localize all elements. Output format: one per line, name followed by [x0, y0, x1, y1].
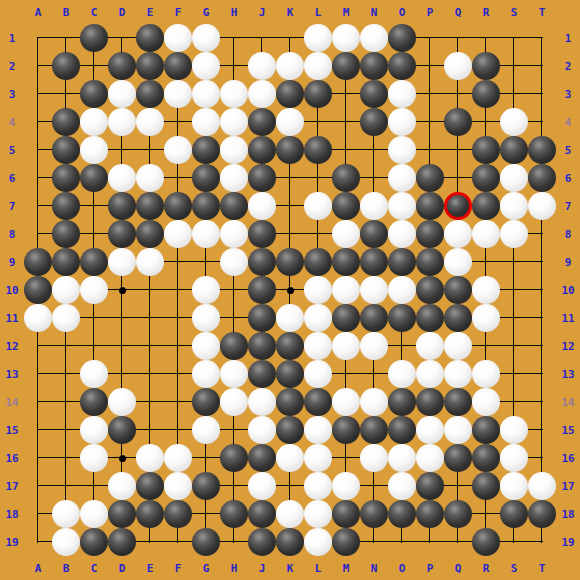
intersection-N18[interactable] [360, 500, 388, 528]
intersection-T11[interactable] [528, 304, 556, 332]
intersection-H16[interactable] [220, 444, 248, 472]
intersection-T18[interactable] [528, 500, 556, 528]
intersection-E8[interactable] [136, 220, 164, 248]
intersection-R5[interactable] [472, 136, 500, 164]
intersection-Q1[interactable] [444, 24, 472, 52]
intersection-N12[interactable] [360, 332, 388, 360]
intersection-D14[interactable] [108, 388, 136, 416]
intersection-F3[interactable] [164, 80, 192, 108]
intersection-T2[interactable] [528, 52, 556, 80]
intersection-G6[interactable] [192, 164, 220, 192]
intersection-M16[interactable] [332, 444, 360, 472]
intersection-K19[interactable] [276, 528, 304, 556]
intersection-D7[interactable] [108, 192, 136, 220]
intersection-F14[interactable] [164, 388, 192, 416]
intersection-N6[interactable] [360, 164, 388, 192]
intersection-E5[interactable] [136, 136, 164, 164]
intersection-G9[interactable] [192, 248, 220, 276]
intersection-C16[interactable] [80, 444, 108, 472]
intersection-R2[interactable] [472, 52, 500, 80]
intersection-E4[interactable] [136, 108, 164, 136]
intersection-M8[interactable] [332, 220, 360, 248]
intersection-F6[interactable] [164, 164, 192, 192]
intersection-Q11[interactable] [444, 304, 472, 332]
intersection-R12[interactable] [472, 332, 500, 360]
intersection-L13[interactable] [304, 360, 332, 388]
intersection-G5[interactable] [192, 136, 220, 164]
intersection-N4[interactable] [360, 108, 388, 136]
intersection-H11[interactable] [220, 304, 248, 332]
intersection-M17[interactable] [332, 472, 360, 500]
intersection-T14[interactable] [528, 388, 556, 416]
intersection-T13[interactable] [528, 360, 556, 388]
intersection-S16[interactable] [500, 444, 528, 472]
intersection-O1[interactable] [388, 24, 416, 52]
intersection-P13[interactable] [416, 360, 444, 388]
intersection-Q18[interactable] [444, 500, 472, 528]
intersection-D12[interactable] [108, 332, 136, 360]
intersection-E15[interactable] [136, 416, 164, 444]
intersection-B13[interactable] [52, 360, 80, 388]
intersection-A1[interactable] [24, 24, 52, 52]
intersection-C9[interactable] [80, 248, 108, 276]
intersection-C3[interactable] [80, 80, 108, 108]
intersection-T9[interactable] [528, 248, 556, 276]
intersection-L19[interactable] [304, 528, 332, 556]
intersection-P6[interactable] [416, 164, 444, 192]
intersection-P5[interactable] [416, 136, 444, 164]
intersection-B12[interactable] [52, 332, 80, 360]
intersection-K4[interactable] [276, 108, 304, 136]
intersection-C7[interactable] [80, 192, 108, 220]
intersection-B7[interactable] [52, 192, 80, 220]
intersection-T17[interactable] [528, 472, 556, 500]
intersection-G17[interactable] [192, 472, 220, 500]
intersection-K7[interactable] [276, 192, 304, 220]
intersection-Q6[interactable] [444, 164, 472, 192]
intersection-C18[interactable] [80, 500, 108, 528]
intersection-L12[interactable] [304, 332, 332, 360]
intersection-A18[interactable] [24, 500, 52, 528]
intersection-O11[interactable] [388, 304, 416, 332]
intersection-E2[interactable] [136, 52, 164, 80]
intersection-D1[interactable] [108, 24, 136, 52]
intersection-S5[interactable] [500, 136, 528, 164]
intersection-T4[interactable] [528, 108, 556, 136]
intersection-K11[interactable] [276, 304, 304, 332]
intersection-S3[interactable] [500, 80, 528, 108]
intersection-Q19[interactable] [444, 528, 472, 556]
intersection-C13[interactable] [80, 360, 108, 388]
intersection-Q14[interactable] [444, 388, 472, 416]
intersection-O15[interactable] [388, 416, 416, 444]
intersection-R19[interactable] [472, 528, 500, 556]
intersection-R18[interactable] [472, 500, 500, 528]
intersection-A3[interactable] [24, 80, 52, 108]
intersection-Q3[interactable] [444, 80, 472, 108]
intersection-M5[interactable] [332, 136, 360, 164]
intersection-P2[interactable] [416, 52, 444, 80]
intersection-O13[interactable] [388, 360, 416, 388]
intersection-G3[interactable] [192, 80, 220, 108]
intersection-K17[interactable] [276, 472, 304, 500]
intersection-K2[interactable] [276, 52, 304, 80]
intersection-D11[interactable] [108, 304, 136, 332]
intersection-M6[interactable] [332, 164, 360, 192]
intersection-G1[interactable] [192, 24, 220, 52]
intersection-C8[interactable] [80, 220, 108, 248]
intersection-E1[interactable] [136, 24, 164, 52]
intersection-F17[interactable] [164, 472, 192, 500]
intersection-O3[interactable] [388, 80, 416, 108]
intersection-M9[interactable] [332, 248, 360, 276]
intersection-A15[interactable] [24, 416, 52, 444]
intersection-S14[interactable] [500, 388, 528, 416]
intersection-M7[interactable] [332, 192, 360, 220]
intersection-H10[interactable] [220, 276, 248, 304]
intersection-H12[interactable] [220, 332, 248, 360]
intersection-S17[interactable] [500, 472, 528, 500]
intersection-M4[interactable] [332, 108, 360, 136]
intersection-J2[interactable] [248, 52, 276, 80]
intersection-G14[interactable] [192, 388, 220, 416]
intersection-F4[interactable] [164, 108, 192, 136]
intersection-A12[interactable] [24, 332, 52, 360]
intersection-N8[interactable] [360, 220, 388, 248]
intersection-B4[interactable] [52, 108, 80, 136]
intersection-T10[interactable] [528, 276, 556, 304]
intersection-G8[interactable] [192, 220, 220, 248]
intersection-B14[interactable] [52, 388, 80, 416]
intersection-L7[interactable] [304, 192, 332, 220]
intersection-G12[interactable] [192, 332, 220, 360]
intersection-M13[interactable] [332, 360, 360, 388]
intersection-K13[interactable] [276, 360, 304, 388]
intersection-D5[interactable] [108, 136, 136, 164]
intersection-F13[interactable] [164, 360, 192, 388]
intersection-M10[interactable] [332, 276, 360, 304]
intersection-R4[interactable] [472, 108, 500, 136]
intersection-S18[interactable] [500, 500, 528, 528]
intersection-C2[interactable] [80, 52, 108, 80]
intersection-D2[interactable] [108, 52, 136, 80]
intersection-N10[interactable] [360, 276, 388, 304]
intersection-N15[interactable] [360, 416, 388, 444]
intersection-S12[interactable] [500, 332, 528, 360]
intersection-B15[interactable] [52, 416, 80, 444]
intersection-O4[interactable] [388, 108, 416, 136]
intersection-F19[interactable] [164, 528, 192, 556]
intersection-O16[interactable] [388, 444, 416, 472]
intersection-L17[interactable] [304, 472, 332, 500]
intersection-N2[interactable] [360, 52, 388, 80]
intersection-C14[interactable] [80, 388, 108, 416]
intersection-H17[interactable] [220, 472, 248, 500]
intersection-S2[interactable] [500, 52, 528, 80]
intersection-R7[interactable] [472, 192, 500, 220]
intersection-O9[interactable] [388, 248, 416, 276]
intersection-G10[interactable] [192, 276, 220, 304]
intersection-E9[interactable] [136, 248, 164, 276]
intersection-J8[interactable] [248, 220, 276, 248]
intersection-S6[interactable] [500, 164, 528, 192]
intersection-N9[interactable] [360, 248, 388, 276]
intersection-T5[interactable] [528, 136, 556, 164]
intersection-S7[interactable] [500, 192, 528, 220]
intersection-G7[interactable] [192, 192, 220, 220]
intersection-B5[interactable] [52, 136, 80, 164]
intersection-Q17[interactable] [444, 472, 472, 500]
intersection-B19[interactable] [52, 528, 80, 556]
intersection-K16[interactable] [276, 444, 304, 472]
intersection-M2[interactable] [332, 52, 360, 80]
intersection-J5[interactable] [248, 136, 276, 164]
intersection-Q4[interactable] [444, 108, 472, 136]
intersection-Q9[interactable] [444, 248, 472, 276]
intersection-B8[interactable] [52, 220, 80, 248]
intersection-J10[interactable] [248, 276, 276, 304]
intersection-F18[interactable] [164, 500, 192, 528]
intersection-B1[interactable] [52, 24, 80, 52]
intersection-P9[interactable] [416, 248, 444, 276]
intersection-N16[interactable] [360, 444, 388, 472]
intersection-H15[interactable] [220, 416, 248, 444]
intersection-C11[interactable] [80, 304, 108, 332]
intersection-Q10[interactable] [444, 276, 472, 304]
intersection-C17[interactable] [80, 472, 108, 500]
intersection-P19[interactable] [416, 528, 444, 556]
intersection-H1[interactable] [220, 24, 248, 52]
intersection-M15[interactable] [332, 416, 360, 444]
intersection-E10[interactable] [136, 276, 164, 304]
intersection-J12[interactable] [248, 332, 276, 360]
intersection-C12[interactable] [80, 332, 108, 360]
intersection-J14[interactable] [248, 388, 276, 416]
intersection-J4[interactable] [248, 108, 276, 136]
intersection-K12[interactable] [276, 332, 304, 360]
intersection-G4[interactable] [192, 108, 220, 136]
intersection-R16[interactable] [472, 444, 500, 472]
intersection-A13[interactable] [24, 360, 52, 388]
intersection-R9[interactable] [472, 248, 500, 276]
intersection-D16[interactable] [108, 444, 136, 472]
intersection-C15[interactable] [80, 416, 108, 444]
intersection-A10[interactable] [24, 276, 52, 304]
intersection-L9[interactable] [304, 248, 332, 276]
intersection-F10[interactable] [164, 276, 192, 304]
intersection-D10[interactable] [108, 276, 136, 304]
intersection-N19[interactable] [360, 528, 388, 556]
intersection-J16[interactable] [248, 444, 276, 472]
intersection-A14[interactable] [24, 388, 52, 416]
intersection-Q2[interactable] [444, 52, 472, 80]
intersection-A4[interactable] [24, 108, 52, 136]
intersection-N7[interactable] [360, 192, 388, 220]
intersection-R13[interactable] [472, 360, 500, 388]
intersection-K5[interactable] [276, 136, 304, 164]
intersection-P4[interactable] [416, 108, 444, 136]
intersection-P7[interactable] [416, 192, 444, 220]
intersection-M11[interactable] [332, 304, 360, 332]
intersection-B10[interactable] [52, 276, 80, 304]
intersection-M12[interactable] [332, 332, 360, 360]
intersection-L4[interactable] [304, 108, 332, 136]
intersection-O12[interactable] [388, 332, 416, 360]
intersection-B16[interactable] [52, 444, 80, 472]
intersection-P17[interactable] [416, 472, 444, 500]
intersection-K10[interactable] [276, 276, 304, 304]
intersection-R15[interactable] [472, 416, 500, 444]
intersection-E12[interactable] [136, 332, 164, 360]
intersection-H7[interactable] [220, 192, 248, 220]
intersection-A9[interactable] [24, 248, 52, 276]
intersection-D15[interactable] [108, 416, 136, 444]
intersection-A16[interactable] [24, 444, 52, 472]
intersection-Q5[interactable] [444, 136, 472, 164]
intersection-K15[interactable] [276, 416, 304, 444]
intersection-F12[interactable] [164, 332, 192, 360]
intersection-P14[interactable] [416, 388, 444, 416]
intersection-N14[interactable] [360, 388, 388, 416]
intersection-E11[interactable] [136, 304, 164, 332]
intersection-F8[interactable] [164, 220, 192, 248]
intersection-O8[interactable] [388, 220, 416, 248]
intersection-D9[interactable] [108, 248, 136, 276]
intersection-L3[interactable] [304, 80, 332, 108]
intersection-F9[interactable] [164, 248, 192, 276]
intersection-Q8[interactable] [444, 220, 472, 248]
intersection-L18[interactable] [304, 500, 332, 528]
intersection-T6[interactable] [528, 164, 556, 192]
intersection-L16[interactable] [304, 444, 332, 472]
intersection-O2[interactable] [388, 52, 416, 80]
intersection-K1[interactable] [276, 24, 304, 52]
intersection-B18[interactable] [52, 500, 80, 528]
intersection-L5[interactable] [304, 136, 332, 164]
intersection-P12[interactable] [416, 332, 444, 360]
intersection-Q16[interactable] [444, 444, 472, 472]
intersection-R11[interactable] [472, 304, 500, 332]
intersection-J3[interactable] [248, 80, 276, 108]
intersection-G19[interactable] [192, 528, 220, 556]
intersection-J11[interactable] [248, 304, 276, 332]
intersection-F15[interactable] [164, 416, 192, 444]
intersection-M18[interactable] [332, 500, 360, 528]
intersection-E14[interactable] [136, 388, 164, 416]
intersection-A2[interactable] [24, 52, 52, 80]
intersection-F7[interactable] [164, 192, 192, 220]
intersection-D8[interactable] [108, 220, 136, 248]
intersection-P3[interactable] [416, 80, 444, 108]
intersection-F5[interactable] [164, 136, 192, 164]
intersection-J18[interactable] [248, 500, 276, 528]
intersection-Q15[interactable] [444, 416, 472, 444]
intersection-O5[interactable] [388, 136, 416, 164]
intersection-S11[interactable] [500, 304, 528, 332]
intersection-E17[interactable] [136, 472, 164, 500]
intersection-B3[interactable] [52, 80, 80, 108]
intersection-P1[interactable] [416, 24, 444, 52]
intersection-S15[interactable] [500, 416, 528, 444]
intersection-J9[interactable] [248, 248, 276, 276]
intersection-K9[interactable] [276, 248, 304, 276]
intersection-A11[interactable] [24, 304, 52, 332]
intersection-F16[interactable] [164, 444, 192, 472]
intersection-L10[interactable] [304, 276, 332, 304]
intersection-H14[interactable] [220, 388, 248, 416]
intersection-G2[interactable] [192, 52, 220, 80]
intersection-D17[interactable] [108, 472, 136, 500]
intersection-K14[interactable] [276, 388, 304, 416]
intersection-D3[interactable] [108, 80, 136, 108]
intersection-M14[interactable] [332, 388, 360, 416]
intersection-J17[interactable] [248, 472, 276, 500]
intersection-P15[interactable] [416, 416, 444, 444]
intersection-L15[interactable] [304, 416, 332, 444]
intersection-N5[interactable] [360, 136, 388, 164]
intersection-B9[interactable] [52, 248, 80, 276]
intersection-L2[interactable] [304, 52, 332, 80]
intersection-S10[interactable] [500, 276, 528, 304]
intersection-C10[interactable] [80, 276, 108, 304]
intersection-B17[interactable] [52, 472, 80, 500]
intersection-Q13[interactable] [444, 360, 472, 388]
intersection-R14[interactable] [472, 388, 500, 416]
intersection-T1[interactable] [528, 24, 556, 52]
intersection-R1[interactable] [472, 24, 500, 52]
intersection-T19[interactable] [528, 528, 556, 556]
intersection-A5[interactable] [24, 136, 52, 164]
intersection-R6[interactable] [472, 164, 500, 192]
intersection-E18[interactable] [136, 500, 164, 528]
intersection-D18[interactable] [108, 500, 136, 528]
intersection-J15[interactable] [248, 416, 276, 444]
intersection-A7[interactable] [24, 192, 52, 220]
intersection-G15[interactable] [192, 416, 220, 444]
intersection-K18[interactable] [276, 500, 304, 528]
intersection-A17[interactable] [24, 472, 52, 500]
intersection-B6[interactable] [52, 164, 80, 192]
intersection-P11[interactable] [416, 304, 444, 332]
intersection-R8[interactable] [472, 220, 500, 248]
intersection-N17[interactable] [360, 472, 388, 500]
intersection-T16[interactable] [528, 444, 556, 472]
intersection-K3[interactable] [276, 80, 304, 108]
intersection-P18[interactable] [416, 500, 444, 528]
intersection-T3[interactable] [528, 80, 556, 108]
intersection-S9[interactable] [500, 248, 528, 276]
intersection-C4[interactable] [80, 108, 108, 136]
intersection-O14[interactable] [388, 388, 416, 416]
intersection-K6[interactable] [276, 164, 304, 192]
intersection-H2[interactable] [220, 52, 248, 80]
intersection-L8[interactable] [304, 220, 332, 248]
intersection-E7[interactable] [136, 192, 164, 220]
intersection-O18[interactable] [388, 500, 416, 528]
intersection-J6[interactable] [248, 164, 276, 192]
intersection-D6[interactable] [108, 164, 136, 192]
intersection-H18[interactable] [220, 500, 248, 528]
intersection-T15[interactable] [528, 416, 556, 444]
intersection-B11[interactable] [52, 304, 80, 332]
intersection-T7[interactable] [528, 192, 556, 220]
intersection-H5[interactable] [220, 136, 248, 164]
intersection-J7[interactable] [248, 192, 276, 220]
intersection-R3[interactable] [472, 80, 500, 108]
intersection-G11[interactable] [192, 304, 220, 332]
intersection-K8[interactable] [276, 220, 304, 248]
intersection-F11[interactable] [164, 304, 192, 332]
